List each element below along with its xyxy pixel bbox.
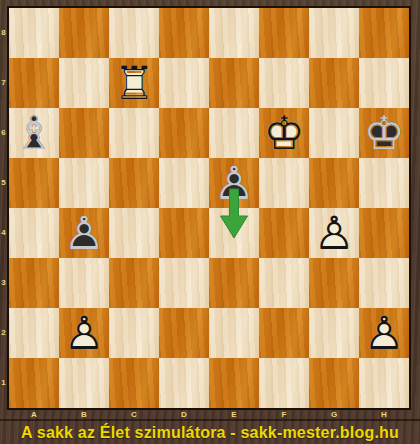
square-h1[interactable] (359, 358, 409, 408)
square-c3[interactable] (109, 258, 159, 308)
piece-glyph-outline: ♙ (309, 208, 359, 258)
square-a3[interactable] (9, 258, 59, 308)
square-c6[interactable] (109, 108, 159, 158)
square-e8[interactable] (209, 8, 259, 58)
square-b2[interactable]: ♟♙ (59, 308, 109, 358)
square-g3[interactable] (309, 258, 359, 308)
piece-black-pawn[interactable]: ♟♙ (209, 158, 259, 208)
square-f3[interactable] (259, 258, 309, 308)
rank-label-5: 5 (0, 158, 7, 208)
square-f4[interactable] (259, 208, 309, 258)
square-e5[interactable]: ♟♙ (209, 158, 259, 208)
square-e2[interactable] (209, 308, 259, 358)
square-f2[interactable] (259, 308, 309, 358)
piece-white-pawn[interactable]: ♟♙ (59, 308, 109, 358)
square-a4[interactable] (9, 208, 59, 258)
piece-black-pawn[interactable]: ♟♙ (59, 208, 109, 258)
square-c4[interactable] (109, 208, 159, 258)
piece-glyph-outline: ♙ (59, 208, 109, 258)
rank-label-2: 2 (0, 308, 7, 358)
square-f7[interactable] (259, 58, 309, 108)
square-c1[interactable] (109, 358, 159, 408)
square-b8[interactable] (59, 8, 109, 58)
chess-board: ♜♖♝♗♚♔♚♔♟♙♟♙♟♙♟♙♟♙ (7, 6, 411, 410)
square-f6[interactable]: ♚♔ (259, 108, 309, 158)
square-c7[interactable]: ♜♖ (109, 58, 159, 108)
piece-glyph-outline: ♖ (109, 58, 159, 108)
square-h4[interactable] (359, 208, 409, 258)
square-g8[interactable] (309, 8, 359, 58)
piece-black-king[interactable]: ♚♔ (359, 108, 409, 158)
square-d2[interactable] (159, 308, 209, 358)
square-e3[interactable] (209, 258, 259, 308)
square-h3[interactable] (359, 258, 409, 308)
square-b5[interactable] (59, 158, 109, 208)
square-a7[interactable] (9, 58, 59, 108)
square-b7[interactable] (59, 58, 109, 108)
chess-diagram: ♜♖♝♗♚♔♚♔♟♙♟♙♟♙♟♙♟♙ 87654321 ABCDEFGH A s… (0, 0, 420, 444)
rank-label-4: 4 (0, 208, 7, 258)
piece-glyph-outline: ♙ (359, 308, 409, 358)
square-a1[interactable] (9, 358, 59, 408)
piece-black-bishop[interactable]: ♝♗ (9, 108, 59, 158)
square-b1[interactable] (59, 358, 109, 408)
square-d1[interactable] (159, 358, 209, 408)
square-g4[interactable]: ♟♙ (309, 208, 359, 258)
square-d5[interactable] (159, 158, 209, 208)
rank-label-8: 8 (0, 8, 7, 58)
rank-label-7: 7 (0, 58, 7, 108)
piece-glyph-outline: ♙ (59, 308, 109, 358)
square-c8[interactable] (109, 8, 159, 58)
piece-white-pawn[interactable]: ♟♙ (309, 208, 359, 258)
square-g2[interactable] (309, 308, 359, 358)
rank-label-3: 3 (0, 258, 7, 308)
caption: A sakk az Élet szimulátora - sakk-mester… (0, 421, 420, 444)
square-g1[interactable] (309, 358, 359, 408)
piece-glyph-outline: ♔ (259, 108, 309, 158)
rank-label-1: 1 (0, 358, 7, 408)
piece-white-king[interactable]: ♚♔ (259, 108, 309, 158)
piece-glyph-outline: ♗ (9, 108, 59, 158)
square-e4[interactable] (209, 208, 259, 258)
square-h7[interactable] (359, 58, 409, 108)
square-e1[interactable] (209, 358, 259, 408)
piece-glyph-outline: ♔ (359, 108, 409, 158)
square-b6[interactable] (59, 108, 109, 158)
square-b4[interactable]: ♟♙ (59, 208, 109, 258)
square-a8[interactable] (9, 8, 59, 58)
square-d3[interactable] (159, 258, 209, 308)
square-b3[interactable] (59, 258, 109, 308)
square-f1[interactable] (259, 358, 309, 408)
piece-white-rook[interactable]: ♜♖ (109, 58, 159, 108)
square-d7[interactable] (159, 58, 209, 108)
piece-glyph-outline: ♙ (209, 158, 259, 208)
square-f8[interactable] (259, 8, 309, 58)
square-g5[interactable] (309, 158, 359, 208)
square-d6[interactable] (159, 108, 209, 158)
square-d8[interactable] (159, 8, 209, 58)
rank-label-6: 6 (0, 108, 7, 158)
square-h6[interactable]: ♚♔ (359, 108, 409, 158)
square-f5[interactable] (259, 158, 309, 208)
piece-white-pawn[interactable]: ♟♙ (359, 308, 409, 358)
square-d4[interactable] (159, 208, 209, 258)
square-h5[interactable] (359, 158, 409, 208)
square-a2[interactable] (9, 308, 59, 358)
square-c5[interactable] (109, 158, 159, 208)
square-e7[interactable] (209, 58, 259, 108)
square-h8[interactable] (359, 8, 409, 58)
square-g6[interactable] (309, 108, 359, 158)
square-h2[interactable]: ♟♙ (359, 308, 409, 358)
square-a5[interactable] (9, 158, 59, 208)
square-g7[interactable] (309, 58, 359, 108)
square-c2[interactable] (109, 308, 159, 358)
square-e6[interactable] (209, 108, 259, 158)
square-a6[interactable]: ♝♗ (9, 108, 59, 158)
